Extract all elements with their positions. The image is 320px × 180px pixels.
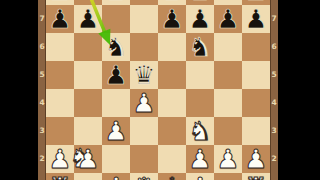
- rank-label-right-5: 5: [270, 61, 278, 89]
- square-a4[interactable]: [46, 89, 74, 117]
- square-g1[interactable]: [214, 173, 242, 180]
- rank-label-left-1: 1: [38, 173, 46, 180]
- square-g4[interactable]: [214, 89, 242, 117]
- black-knight-c6[interactable]: ♞: [102, 33, 130, 61]
- black-pawn-e7[interactable]: ♟: [158, 5, 186, 33]
- square-d7[interactable]: [130, 5, 158, 33]
- square-f5[interactable]: [186, 61, 214, 89]
- square-g6[interactable]: [214, 33, 242, 61]
- black-pawn-h7[interactable]: ♟: [242, 5, 270, 33]
- square-h5[interactable]: [242, 61, 270, 89]
- square-g3[interactable]: [214, 117, 242, 145]
- square-c4[interactable]: [102, 89, 130, 117]
- square-d3[interactable]: [130, 117, 158, 145]
- white-pawn-h2[interactable]: ♟: [242, 145, 270, 173]
- rank-label-right-4: 4: [270, 89, 278, 117]
- white-king-e1[interactable]: ♚: [158, 173, 186, 180]
- black-queen-d5[interactable]: ♛: [130, 61, 158, 89]
- rank-label-left-4: 4: [38, 89, 46, 117]
- board-frame-left: 87654321: [38, 0, 46, 180]
- white-bishop-f1[interactable]: ♝: [186, 173, 214, 180]
- white-pawn-b2[interactable]: ♟: [74, 145, 102, 173]
- black-pawn-c5[interactable]: ♟: [102, 61, 130, 89]
- rank-label-left-2: 2: [38, 145, 46, 173]
- white-queen-d1[interactable]: ♛: [130, 173, 158, 180]
- black-knight-f6[interactable]: ♞: [186, 33, 214, 61]
- black-pawn-g7[interactable]: ♟: [214, 5, 242, 33]
- video-frame: 87654321 87654321 ♞♜♝♚♝♜♟♟♟♟♟♟♞♞♟♛♟♟♞♟♟♟…: [0, 0, 320, 180]
- white-pawn-g2[interactable]: ♟: [214, 145, 242, 173]
- square-d6[interactable]: [130, 33, 158, 61]
- square-e4[interactable]: [158, 89, 186, 117]
- rank-label-left-3: 3: [38, 117, 46, 145]
- square-b1[interactable]: [74, 173, 102, 180]
- white-pawn-d4[interactable]: ♟: [130, 89, 158, 117]
- square-c2[interactable]: [102, 145, 130, 173]
- square-e5[interactable]: [158, 61, 186, 89]
- square-g5[interactable]: [214, 61, 242, 89]
- black-pawn-f7[interactable]: ♟: [186, 5, 214, 33]
- square-e6[interactable]: [158, 33, 186, 61]
- square-e2[interactable]: [158, 145, 186, 173]
- square-a3[interactable]: [46, 117, 74, 145]
- black-pawn-a7[interactable]: ♟: [46, 5, 74, 33]
- square-f4[interactable]: [186, 89, 214, 117]
- square-b4[interactable]: [74, 89, 102, 117]
- rank-label-right-7: 7: [270, 5, 278, 33]
- rank-label-right-1: 1: [270, 173, 278, 180]
- square-b6[interactable]: [74, 33, 102, 61]
- square-h6[interactable]: [242, 33, 270, 61]
- square-b5[interactable]: [74, 61, 102, 89]
- rank-label-left-7: 7: [38, 5, 46, 33]
- white-pawn-c3[interactable]: ♟: [102, 117, 130, 145]
- rank-label-right-3: 3: [270, 117, 278, 145]
- square-a6[interactable]: [46, 33, 74, 61]
- rank-label-right-2: 2: [270, 145, 278, 173]
- black-bishop-c8[interactable]: ♝: [102, 0, 130, 5]
- square-b3[interactable]: [74, 117, 102, 145]
- board-frame-right: 87654321: [270, 0, 278, 180]
- white-rook-a1[interactable]: ♜: [46, 173, 74, 180]
- white-knight-f3[interactable]: ♞: [186, 117, 214, 145]
- rank-label-right-6: 6: [270, 33, 278, 61]
- rank-label-left-6: 6: [38, 33, 46, 61]
- rank-label-left-5: 5: [38, 61, 46, 89]
- white-bishop-c1[interactable]: ♝: [102, 173, 130, 180]
- square-e3[interactable]: [158, 117, 186, 145]
- square-h3[interactable]: [242, 117, 270, 145]
- chess-board[interactable]: ♞♜♝♚♝♜♟♟♟♟♟♟♞♞♟♛♟♟♞♟♟♟♟♟♜♝♛♚♝♜: [46, 0, 270, 180]
- white-rook-h1[interactable]: ♜: [242, 173, 270, 180]
- square-d2[interactable]: [130, 145, 158, 173]
- white-pawn-f2[interactable]: ♟: [186, 145, 214, 173]
- black-pawn-b7[interactable]: ♟: [74, 5, 102, 33]
- square-a5[interactable]: [46, 61, 74, 89]
- square-c7[interactable]: [102, 5, 130, 33]
- white-pawn-a2[interactable]: ♟: [46, 145, 74, 173]
- square-h4[interactable]: [242, 89, 270, 117]
